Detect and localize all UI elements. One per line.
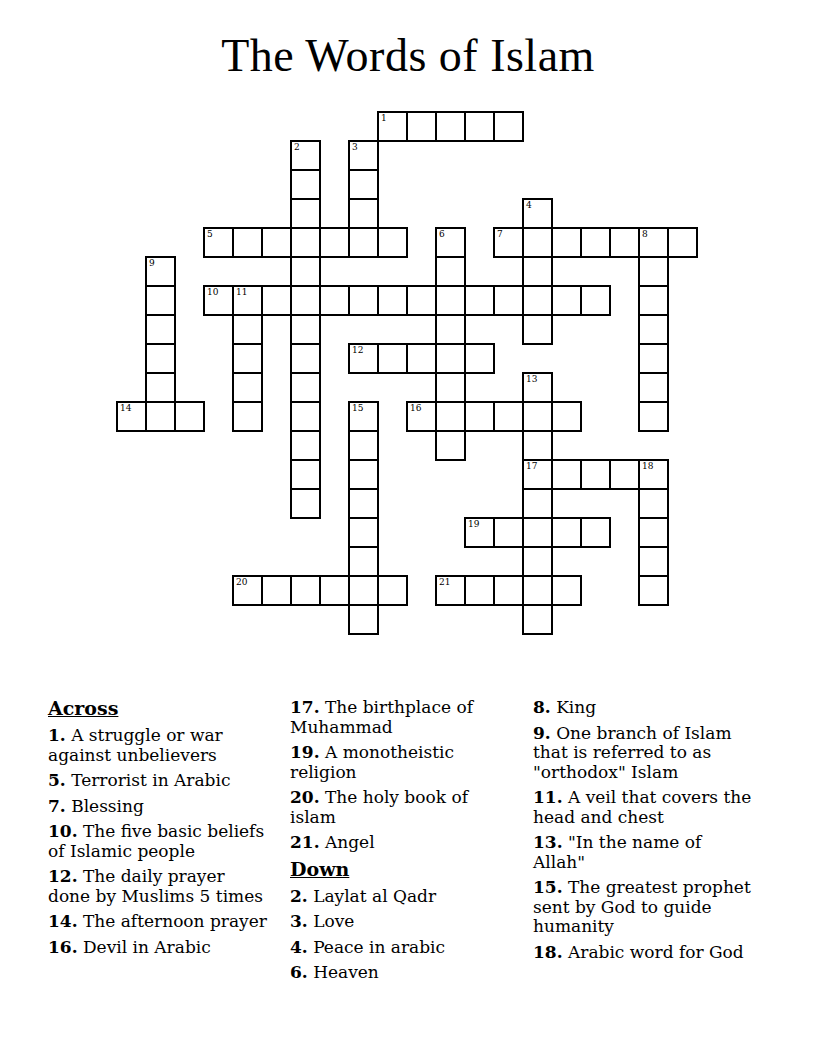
cell-number-15: 15 <box>352 403 363 413</box>
clue-number-label: 18. <box>533 942 563 962</box>
cell-r14c14[interactable] <box>522 517 553 548</box>
across-header: Across <box>48 698 286 719</box>
cell-r16c9[interactable] <box>377 575 408 606</box>
cell-number-6: 6 <box>439 229 445 239</box>
cell-r0c9[interactable]: 1 <box>377 111 408 142</box>
cell-number-3: 3 <box>352 142 358 152</box>
clue-text: One branch of Islam that is referred to … <box>533 723 732 782</box>
cell-r8c10[interactable] <box>406 343 437 374</box>
cell-r7c11[interactable] <box>435 314 466 345</box>
clue-number-label: 12. <box>48 866 78 886</box>
cell-r0c12[interactable] <box>464 111 495 142</box>
cell-r5c14[interactable] <box>522 256 553 287</box>
cell-number-4: 4 <box>526 200 532 210</box>
clues-column-3: 8. King9. One branch of Islam that is re… <box>533 698 771 968</box>
clue-text: A veil that covers the head and chest <box>533 787 751 827</box>
cell-number-9: 9 <box>149 258 155 268</box>
clue-down-6: 6. Heaven <box>290 963 528 983</box>
cell-r8c18[interactable] <box>638 343 669 374</box>
clue-number-label: 6. <box>290 962 308 982</box>
clue-down-4: 4. Peace in arabic <box>290 938 528 958</box>
cell-r4c13[interactable]: 7 <box>493 227 524 258</box>
cell-r14c16[interactable] <box>580 517 611 548</box>
clue-text: Arabic word for God <box>568 942 744 962</box>
clue-number-label: 19. <box>290 742 320 762</box>
cell-r4c7[interactable] <box>319 227 350 258</box>
clues-section: Across1. A struggle or war against unbel… <box>0 698 816 998</box>
cell-r7c4[interactable] <box>232 314 263 345</box>
clue-across-12: 12. The daily prayer done by Muslims 5 t… <box>48 867 286 906</box>
crossword-grid: 123456789101112131415161718192021 <box>116 111 698 635</box>
cell-number-19: 19 <box>468 519 479 529</box>
clue-number-label: 1. <box>48 725 66 745</box>
cell-number-1: 1 <box>381 113 387 123</box>
cell-r0c11[interactable] <box>435 111 466 142</box>
down-header: Down <box>290 859 528 880</box>
clue-across-19: 19. A monotheistic religion <box>290 743 528 782</box>
clue-number-label: 7. <box>48 796 66 816</box>
cell-r6c14[interactable] <box>522 285 553 316</box>
cell-r15c18[interactable] <box>638 546 669 577</box>
cell-r6c4[interactable]: 11 <box>232 285 263 316</box>
cell-r14c8[interactable] <box>348 517 379 548</box>
cell-r9c18[interactable] <box>638 372 669 403</box>
worksheet-page: The Words of Islam 123456789101112131415… <box>0 0 816 1056</box>
cell-r6c9[interactable] <box>377 285 408 316</box>
cell-r10c1[interactable] <box>145 401 176 432</box>
cell-r8c8[interactable]: 12 <box>348 343 379 374</box>
cell-r7c14[interactable] <box>522 314 553 345</box>
cell-number-20: 20 <box>236 577 247 587</box>
cell-r6c15[interactable] <box>551 285 582 316</box>
clue-text: Devil in Arabic <box>83 937 211 957</box>
clue-across-20: 20. The holy book of islam <box>290 788 528 827</box>
cell-r11c14[interactable] <box>522 430 553 461</box>
cell-r13c14[interactable] <box>522 488 553 519</box>
cell-r9c11[interactable] <box>435 372 466 403</box>
cell-r6c7[interactable] <box>319 285 350 316</box>
clue-across-1: 1. A struggle or war against unbelievers <box>48 726 286 765</box>
cell-number-7: 7 <box>497 229 503 239</box>
cell-r4c11[interactable]: 6 <box>435 227 466 258</box>
cell-r10c15[interactable] <box>551 401 582 432</box>
cell-r8c12[interactable] <box>464 343 495 374</box>
clue-text: Peace in arabic <box>313 937 445 957</box>
cell-r7c1[interactable] <box>145 314 176 345</box>
clue-across-17: 17. The birthplace of Muhammad <box>290 698 528 737</box>
cell-r6c5[interactable] <box>261 285 292 316</box>
cell-r4c15[interactable] <box>551 227 582 258</box>
cell-r10c12[interactable] <box>464 401 495 432</box>
cell-r0c10[interactable] <box>406 111 437 142</box>
cell-r16c15[interactable] <box>551 575 582 606</box>
clue-down-18: 18. Arabic word for God <box>533 943 771 963</box>
cell-r13c8[interactable] <box>348 488 379 519</box>
cell-r16c18[interactable] <box>638 575 669 606</box>
clue-across-10: 10. The five basic beliefs of Islamic pe… <box>48 822 286 861</box>
cell-r10c8[interactable]: 15 <box>348 401 379 432</box>
cell-number-11: 11 <box>236 287 247 297</box>
cell-r6c11[interactable] <box>435 285 466 316</box>
cell-r6c13[interactable] <box>493 285 524 316</box>
cell-r6c10[interactable] <box>406 285 437 316</box>
cell-r16c5[interactable] <box>261 575 292 606</box>
cell-r10c0[interactable]: 14 <box>116 401 147 432</box>
cell-r11c11[interactable] <box>435 430 466 461</box>
cell-r4c4[interactable] <box>232 227 263 258</box>
puzzle-title: The Words of Islam <box>0 29 816 82</box>
cell-r7c18[interactable] <box>638 314 669 345</box>
cell-r9c6[interactable] <box>290 372 321 403</box>
cell-r4c6[interactable] <box>290 227 321 258</box>
clue-down-3: 3. Love <box>290 912 528 932</box>
cell-r15c8[interactable] <box>348 546 379 577</box>
cell-r12c8[interactable] <box>348 459 379 490</box>
cell-r2c8[interactable] <box>348 169 379 200</box>
clue-number-label: 4. <box>290 937 308 957</box>
cell-number-2: 2 <box>294 142 300 152</box>
clue-number-label: 9. <box>533 723 551 743</box>
cell-r10c14[interactable] <box>522 401 553 432</box>
cell-r12c6[interactable] <box>290 459 321 490</box>
cell-r12c18[interactable]: 18 <box>638 459 669 490</box>
cell-r10c6[interactable] <box>290 401 321 432</box>
cell-r4c8[interactable] <box>348 227 379 258</box>
cell-r10c4[interactable] <box>232 401 263 432</box>
cell-number-21: 21 <box>439 577 450 587</box>
cell-r17c8[interactable] <box>348 604 379 635</box>
clue-across-14: 14. The afternoon prayer <box>48 912 286 932</box>
cell-r4c3[interactable]: 5 <box>203 227 234 258</box>
cell-r9c14[interactable]: 13 <box>522 372 553 403</box>
cell-r12c14[interactable]: 17 <box>522 459 553 490</box>
cell-r8c1[interactable] <box>145 343 176 374</box>
clue-text: Heaven <box>313 962 379 982</box>
cell-r11c6[interactable] <box>290 430 321 461</box>
clue-text: The five basic beliefs of Islamic people <box>48 821 264 861</box>
cell-number-12: 12 <box>352 345 363 355</box>
cell-r3c6[interactable] <box>290 198 321 229</box>
clue-across-16: 16. Devil in Arabic <box>48 938 286 958</box>
cell-number-13: 13 <box>526 374 537 384</box>
cell-r16c6[interactable] <box>290 575 321 606</box>
cell-r6c6[interactable] <box>290 285 321 316</box>
cell-r4c18[interactable]: 8 <box>638 227 669 258</box>
cell-number-16: 16 <box>410 403 421 413</box>
cell-r12c17[interactable] <box>609 459 640 490</box>
cell-r5c11[interactable] <box>435 256 466 287</box>
clue-text: The daily prayer done by Muslims 5 times <box>48 866 263 906</box>
cell-r16c13[interactable] <box>493 575 524 606</box>
cell-r16c7[interactable] <box>319 575 350 606</box>
cell-r0c13[interactable] <box>493 111 524 142</box>
cell-r6c3[interactable]: 10 <box>203 285 234 316</box>
cell-r14c13[interactable] <box>493 517 524 548</box>
cell-r1c8[interactable]: 3 <box>348 140 379 171</box>
clue-number-label: 16. <box>48 937 78 957</box>
clue-number-label: 11. <box>533 787 563 807</box>
cell-r16c11[interactable]: 21 <box>435 575 466 606</box>
clue-text: The greatest prophet sent by God to guid… <box>533 877 751 936</box>
cell-r5c6[interactable] <box>290 256 321 287</box>
cell-r6c1[interactable] <box>145 285 176 316</box>
clue-text: Blessing <box>71 796 144 816</box>
clue-text: Terrorist in Arabic <box>71 770 230 790</box>
cell-r4c5[interactable] <box>261 227 292 258</box>
cell-number-5: 5 <box>207 229 213 239</box>
clue-across-7: 7. Blessing <box>48 797 286 817</box>
cell-r16c4[interactable]: 20 <box>232 575 263 606</box>
clue-number-label: 20. <box>290 787 320 807</box>
clue-number-label: 13. <box>533 832 563 852</box>
clue-number-label: 8. <box>533 697 551 717</box>
cell-r7c6[interactable] <box>290 314 321 345</box>
clue-across-5: 5. Terrorist in Arabic <box>48 771 286 791</box>
cell-r11c8[interactable] <box>348 430 379 461</box>
cell-r8c6[interactable] <box>290 343 321 374</box>
cell-r4c9[interactable] <box>377 227 408 258</box>
cell-r10c10[interactable]: 16 <box>406 401 437 432</box>
cell-number-8: 8 <box>642 229 648 239</box>
cell-r5c18[interactable] <box>638 256 669 287</box>
clue-down-8: 8. King <box>533 698 771 718</box>
cell-r15c14[interactable] <box>522 546 553 577</box>
cell-r12c15[interactable] <box>551 459 582 490</box>
clue-down-13: 13. "In the name of Allah" <box>533 833 771 872</box>
cell-r5c1[interactable]: 9 <box>145 256 176 287</box>
cell-number-14: 14 <box>120 403 131 413</box>
cell-r16c14[interactable] <box>522 575 553 606</box>
cell-r14c18[interactable] <box>638 517 669 548</box>
clue-number-label: 14. <box>48 911 78 931</box>
clue-down-11: 11. A veil that covers the head and ches… <box>533 788 771 827</box>
clue-across-21: 21. Angel <box>290 833 528 853</box>
cell-r4c19[interactable] <box>667 227 698 258</box>
cell-r3c14[interactable]: 4 <box>522 198 553 229</box>
cell-r13c6[interactable] <box>290 488 321 519</box>
clue-down-15: 15. The greatest prophet sent by God to … <box>533 878 771 937</box>
clue-number-label: 21. <box>290 832 320 852</box>
cell-r6c16[interactable] <box>580 285 611 316</box>
clue-text: Angel <box>325 832 375 852</box>
cell-r9c4[interactable] <box>232 372 263 403</box>
cell-r4c16[interactable] <box>580 227 611 258</box>
cell-r3c8[interactable] <box>348 198 379 229</box>
cell-r16c8[interactable] <box>348 575 379 606</box>
cell-r4c17[interactable] <box>609 227 640 258</box>
clue-text: Love <box>313 911 354 931</box>
clue-number-label: 3. <box>290 911 308 931</box>
cell-r14c15[interactable] <box>551 517 582 548</box>
cell-r8c9[interactable] <box>377 343 408 374</box>
clue-number-label: 2. <box>290 886 308 906</box>
cell-r2c6[interactable] <box>290 169 321 200</box>
cell-r6c8[interactable] <box>348 285 379 316</box>
clue-number-label: 15. <box>533 877 563 897</box>
cell-r17c14[interactable] <box>522 604 553 635</box>
cell-r8c11[interactable] <box>435 343 466 374</box>
cell-number-17: 17 <box>526 461 537 471</box>
cell-r12c16[interactable] <box>580 459 611 490</box>
cell-r13c18[interactable] <box>638 488 669 519</box>
clues-column-2: 17. The birthplace of Muhammad19. A mono… <box>290 698 528 989</box>
cell-r4c14[interactable] <box>522 227 553 258</box>
clue-text: A struggle or war against unbelievers <box>48 725 223 765</box>
cell-r10c18[interactable] <box>638 401 669 432</box>
cell-r14c12[interactable]: 19 <box>464 517 495 548</box>
cell-r10c2[interactable] <box>174 401 205 432</box>
cell-r9c1[interactable] <box>145 372 176 403</box>
cell-r8c4[interactable] <box>232 343 263 374</box>
cell-r6c12[interactable] <box>464 285 495 316</box>
clue-text: King <box>556 697 596 717</box>
cell-r1c6[interactable]: 2 <box>290 140 321 171</box>
clue-text: Laylat al Qadr <box>313 886 436 906</box>
clue-down-2: 2. Laylat al Qadr <box>290 887 528 907</box>
cell-r16c12[interactable] <box>464 575 495 606</box>
clue-number-label: 10. <box>48 821 78 841</box>
clues-column-1: Across1. A struggle or war against unbel… <box>48 698 286 963</box>
clue-down-9: 9. One branch of Islam that is referred … <box>533 724 771 783</box>
clue-number-label: 5. <box>48 770 66 790</box>
cell-r10c13[interactable] <box>493 401 524 432</box>
cell-r10c11[interactable] <box>435 401 466 432</box>
cell-number-18: 18 <box>642 461 653 471</box>
cell-r6c18[interactable] <box>638 285 669 316</box>
cell-number-10: 10 <box>207 287 218 297</box>
clue-number-label: 17. <box>290 697 320 717</box>
clue-text: The afternoon prayer <box>83 911 267 931</box>
